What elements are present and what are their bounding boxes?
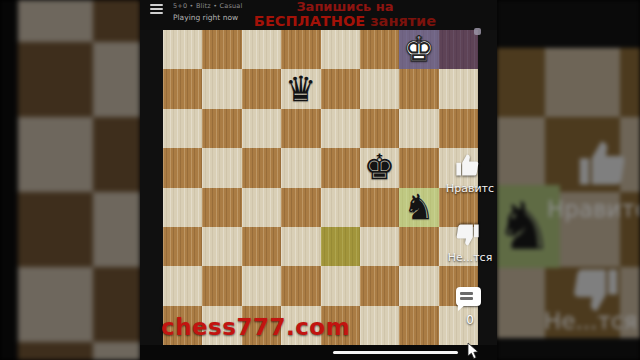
square-a7[interactable] <box>163 69 202 108</box>
square-f6[interactable] <box>360 109 399 148</box>
chess-board: ♚♛♚♞ <box>163 30 478 345</box>
promo-line2: БЕСПЛАТНОЕ занятие <box>240 14 450 28</box>
square-a4[interactable] <box>163 188 202 227</box>
blurred-thumbs-up-icon <box>575 133 632 193</box>
game-info-text: 5+0 • Blitz • Casual <box>173 2 243 10</box>
square-b5[interactable] <box>202 148 241 187</box>
square-g2[interactable] <box>399 266 438 305</box>
square-c8[interactable] <box>242 30 281 69</box>
square-e3[interactable] <box>321 227 360 266</box>
square-g8[interactable]: ♚ <box>399 30 438 69</box>
square-h7[interactable] <box>439 69 478 108</box>
square-f2[interactable] <box>360 266 399 305</box>
square-b4[interactable] <box>202 188 241 227</box>
watermark-text: chess777.com <box>161 314 350 340</box>
mouse-cursor-icon <box>466 342 480 360</box>
black-queen[interactable]: ♛ <box>281 69 320 108</box>
square-f1[interactable] <box>360 306 399 345</box>
square-c4[interactable] <box>242 188 281 227</box>
thumbs-up-icon[interactable] <box>454 151 482 179</box>
black-king[interactable]: ♚ <box>360 148 399 187</box>
square-e8[interactable] <box>321 30 360 69</box>
square-h6[interactable] <box>439 109 478 148</box>
square-f7[interactable] <box>360 69 399 108</box>
video-frame: ♞ Нравитс Не...тся 5+0 • Blitz • Casual … <box>0 0 640 360</box>
square-d4[interactable] <box>281 188 320 227</box>
blurred-knight-icon: ♞ <box>497 194 554 260</box>
bottom-bar <box>140 345 497 360</box>
square-c7[interactable] <box>242 69 281 108</box>
square-c5[interactable] <box>242 148 281 187</box>
promo-free-word: БЕСПЛАТНОЕ <box>254 13 365 29</box>
square-e6[interactable] <box>321 109 360 148</box>
square-c6[interactable] <box>242 109 281 148</box>
promo-line1: Запишись на <box>240 0 450 14</box>
square-c3[interactable] <box>242 227 281 266</box>
like-button-label[interactable]: Нравитс <box>433 182 497 195</box>
comment-count: 0 <box>433 313 497 327</box>
promo-banner: Запишись на БЕСПЛАТНОЕ занятие <box>240 0 450 28</box>
blur-bottom-bar <box>497 338 640 360</box>
dislike-button-label[interactable]: Не...тся <box>433 251 497 264</box>
blurred-right-panel: ♞ Нравитс Не...тся <box>497 0 640 360</box>
square-d3[interactable] <box>281 227 320 266</box>
square-c2[interactable] <box>242 266 281 305</box>
square-g6[interactable] <box>399 109 438 148</box>
premove-highlight <box>439 30 478 69</box>
game-status-text: Playing right now <box>173 13 238 22</box>
square-e4[interactable] <box>321 188 360 227</box>
board-corner-dot <box>474 28 481 35</box>
progress-bar[interactable] <box>333 351 458 354</box>
square-d7[interactable]: ♛ <box>281 69 320 108</box>
square-b3[interactable] <box>202 227 241 266</box>
square-g7[interactable] <box>399 69 438 108</box>
square-f5[interactable]: ♚ <box>360 148 399 187</box>
lastmove-highlight <box>321 227 360 266</box>
square-b8[interactable] <box>202 30 241 69</box>
square-d2[interactable] <box>281 266 320 305</box>
thumbs-down-icon[interactable] <box>453 221 481 249</box>
square-f4[interactable] <box>360 188 399 227</box>
blurred-like-label: Нравитс <box>547 196 640 222</box>
promo-lesson-word: занятие <box>365 13 436 29</box>
square-f8[interactable] <box>360 30 399 69</box>
square-f3[interactable] <box>360 227 399 266</box>
square-b2[interactable] <box>202 266 241 305</box>
square-a2[interactable] <box>163 266 202 305</box>
square-a8[interactable] <box>163 30 202 69</box>
square-h8[interactable] <box>439 30 478 69</box>
video-content: 5+0 • Blitz • Casual Playing right now З… <box>140 0 497 360</box>
square-d6[interactable] <box>281 109 320 148</box>
square-e2[interactable] <box>321 266 360 305</box>
comment-icon-tail[interactable] <box>458 305 465 311</box>
square-b7[interactable] <box>202 69 241 108</box>
menu-icon[interactable] <box>150 4 163 14</box>
white-king[interactable]: ♚ <box>399 30 438 69</box>
square-a3[interactable] <box>163 227 202 266</box>
square-a5[interactable] <box>163 148 202 187</box>
blurred-left-panel <box>0 0 140 360</box>
comment-icon[interactable] <box>456 287 481 306</box>
square-b6[interactable] <box>202 109 241 148</box>
blurred-dislike-label: Не...тся <box>544 308 637 334</box>
square-d5[interactable] <box>281 148 320 187</box>
blur-top-bar <box>497 0 640 48</box>
left-black-band <box>0 0 18 360</box>
square-a6[interactable] <box>163 109 202 148</box>
square-e7[interactable] <box>321 69 360 108</box>
square-d8[interactable] <box>281 30 320 69</box>
square-e5[interactable] <box>321 148 360 187</box>
